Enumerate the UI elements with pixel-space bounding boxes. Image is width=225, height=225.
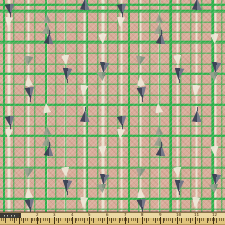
ruler-inch-tick [72, 217, 73, 224]
triangle-navy-up [155, 33, 166, 45]
triangle-cream-down [116, 129, 126, 140]
triangle-brush-tail [142, 98, 143, 102]
triangle-cream-up [42, 103, 52, 114]
ruler: 123456789101112 [0, 212, 225, 225]
triangle-brush-tail [197, 107, 198, 111]
triangle-cream-down [190, 85, 200, 97]
triangle-brush-tail [67, 79, 68, 83]
ruler-number: 8 [141, 212, 144, 216]
triangle-brush-tail [161, 142, 162, 146]
triangle-sage-up [154, 136, 165, 147]
triangle-navy-up [192, 0, 202, 10]
ruler-inch-tick [177, 217, 178, 224]
triangle-brush-tail [85, 107, 86, 111]
triangle-cream-down [78, 85, 88, 97]
triangle-brush-tail [49, 30, 50, 34]
ruler-inch-tick [89, 217, 90, 224]
triangle-cream-up [154, 103, 164, 114]
triangle-cream-down [4, 129, 14, 140]
ruler-inch-tick [195, 217, 196, 224]
ruler-number: 4 [71, 212, 74, 216]
triangle-sage-up [155, 14, 164, 24]
triangle-sage-down [134, 55, 145, 66]
ruler-inch-tick [54, 217, 55, 224]
triangle-sage-up [43, 126, 52, 136]
ruler-number: 6 [106, 212, 109, 216]
triangle-sage-up [42, 24, 53, 35]
triangle-navy-up [43, 33, 54, 45]
ruler-number: 10 [176, 212, 181, 216]
triangle-sage-down [97, 184, 108, 194]
triangle-sage-down [209, 72, 220, 82]
triangle-cream-down [78, 197, 88, 209]
triangle-cream-down [210, 34, 220, 45]
triangle-sage-up [42, 136, 53, 147]
ruler-number: 11 [194, 212, 199, 216]
triangle-brush-tail [30, 98, 31, 102]
ruler-inch-tick [19, 217, 20, 224]
ruler-number: 3 [53, 212, 56, 216]
triangle-motifs-layer [0, 0, 225, 225]
triangle-sage-up [155, 126, 164, 136]
triangle-cream-down [4, 17, 14, 28]
triangle-cream-up [24, 188, 34, 198]
ruler-inch-tick [160, 217, 161, 224]
ruler-inch-tick [142, 217, 143, 224]
ruler-number: 1 [18, 212, 21, 216]
triangle-cream-up [136, 76, 146, 86]
triangle-cream-down [98, 146, 108, 157]
fabric-swatch: 123456789101112 [0, 0, 225, 225]
ruler-inch-tick [37, 217, 38, 224]
ruler-ticks [0, 218, 225, 224]
ruler-number: 9 [159, 212, 162, 216]
triangle-cream-down [116, 17, 126, 28]
triangle-sage-down [209, 184, 220, 194]
triangle-cream-down [210, 146, 220, 157]
triangle-brush-tail [179, 79, 180, 83]
triangle-sage-down [22, 167, 33, 178]
triangle-navy-up [155, 145, 166, 157]
triangle-sage-down [22, 55, 33, 66]
triangle-sage-down [97, 72, 108, 82]
triangle-brush-tail [161, 30, 162, 34]
ruler-inch-tick [125, 217, 126, 224]
triangle-navy-up [192, 110, 202, 122]
triangle-brush-tail [49, 142, 50, 146]
triangle-cream-down [172, 54, 182, 65]
triangle-cream-down [98, 34, 108, 45]
ruler-number: 7 [124, 212, 127, 216]
ruler-number: 2 [36, 212, 39, 216]
triangle-cream-down [190, 197, 200, 209]
triangle-sage-up [154, 24, 165, 35]
ruler-number: 12 [212, 212, 217, 216]
triangle-cream-up [24, 76, 34, 86]
triangle-cream-up [136, 188, 146, 198]
triangle-sage-up [43, 14, 52, 24]
ruler-number: 5 [88, 212, 91, 216]
triangle-cream-down [60, 166, 70, 177]
triangle-sage-down [134, 167, 145, 178]
triangle-cream-down [60, 54, 70, 65]
ruler-inch-tick [107, 217, 108, 224]
triangle-navy-up [80, 110, 90, 122]
triangle-brush-tail [179, 191, 180, 195]
triangle-navy-up [43, 145, 54, 157]
triangle-cream-down [172, 166, 182, 177]
ruler-inch-tick [213, 217, 214, 224]
triangle-navy-up [80, 0, 90, 10]
triangle-brush-tail [67, 191, 68, 195]
